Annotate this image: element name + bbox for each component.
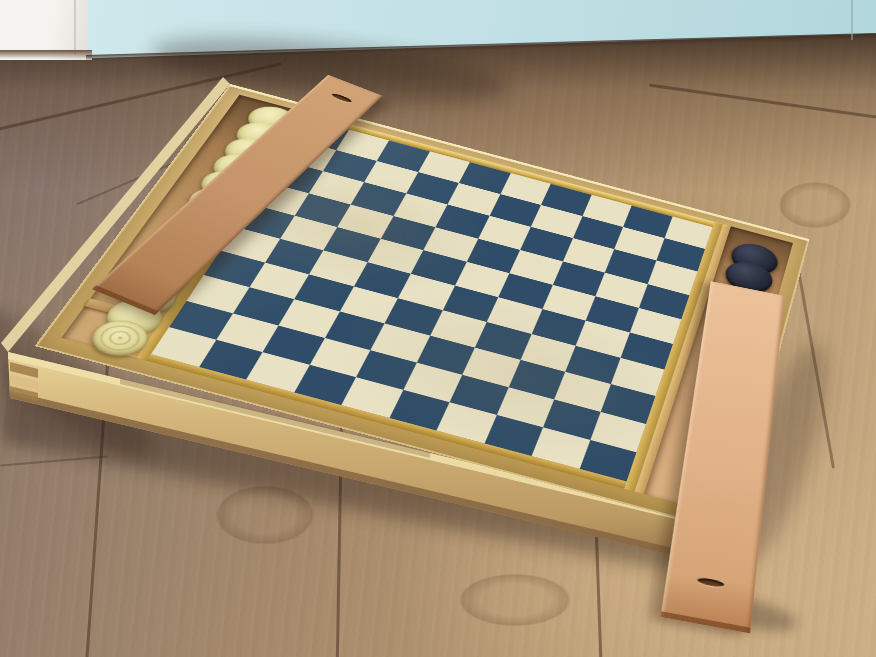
thumb-notch	[330, 93, 353, 104]
thumb-notch	[697, 577, 725, 588]
photo-scene	[0, 0, 876, 657]
dark-checker-piece	[727, 239, 781, 279]
